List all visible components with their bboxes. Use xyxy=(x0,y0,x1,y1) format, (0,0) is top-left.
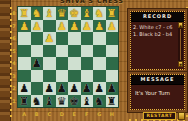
square-f2[interactable]: ♟ xyxy=(81,82,94,95)
piece-white-bishop[interactable]: ♝ xyxy=(81,7,94,20)
square-h3[interactable] xyxy=(106,70,119,83)
square-h2[interactable]: ♟ xyxy=(106,82,119,95)
square-e8[interactable]: ♚ xyxy=(68,7,81,20)
piece-black-bishop[interactable]: ♝ xyxy=(81,95,94,108)
piece-black-rook[interactable]: ♜ xyxy=(18,95,31,108)
piece-white-pawn[interactable]: ♟ xyxy=(68,20,81,33)
square-d2[interactable]: ♟ xyxy=(56,82,69,95)
square-e5[interactable] xyxy=(68,45,81,58)
piece-black-knight[interactable]: ♞ xyxy=(93,95,106,108)
scrollbar-track[interactable] xyxy=(180,29,181,60)
piece-white-pawn[interactable]: ♟ xyxy=(81,20,94,33)
square-h8[interactable]: ♜ xyxy=(106,7,119,20)
square-e1[interactable]: ♚ xyxy=(68,95,81,108)
square-a1[interactable]: ♜ xyxy=(18,95,31,108)
message-panel: MESSAGE It's Your Turn xyxy=(130,74,185,110)
file-label-a: A xyxy=(18,110,31,119)
piece-white-pawn[interactable]: ♟ xyxy=(31,20,44,33)
piece-black-pawn[interactable]: ♟ xyxy=(18,82,31,95)
square-d8[interactable]: ♛ xyxy=(56,7,69,20)
square-c1[interactable]: ♝ xyxy=(43,95,56,108)
rank-label-3: 3 xyxy=(11,70,17,83)
square-a6[interactable] xyxy=(18,32,31,45)
square-f3[interactable] xyxy=(81,70,94,83)
piece-white-pawn[interactable]: ♟ xyxy=(93,20,106,33)
rank-label-5: 5 xyxy=(11,45,17,58)
square-c5[interactable] xyxy=(43,45,56,58)
square-f1[interactable]: ♝ xyxy=(81,95,94,108)
scroll-up-icon[interactable]: ▲ xyxy=(178,22,183,28)
record-scrollbar[interactable]: ▲ ▼ xyxy=(178,22,183,67)
piece-black-pawn[interactable]: ♟ xyxy=(106,82,119,95)
message-text: It's Your Turn xyxy=(131,90,184,96)
square-b8[interactable]: ♞ xyxy=(31,7,44,20)
square-d5[interactable] xyxy=(56,45,69,58)
square-c3[interactable] xyxy=(43,70,56,83)
square-d7[interactable]: ♟ xyxy=(56,20,69,33)
square-e6[interactable] xyxy=(68,32,81,45)
square-b1[interactable]: ♞ xyxy=(31,95,44,108)
piece-black-pawn[interactable]: ♟ xyxy=(31,57,44,70)
square-b6[interactable] xyxy=(31,32,44,45)
piece-white-rook[interactable]: ♜ xyxy=(106,7,119,20)
piece-black-king[interactable]: ♚ xyxy=(68,95,81,108)
move-entry: 2. White c7 - c6 xyxy=(133,24,176,31)
square-e2[interactable]: ♟ xyxy=(68,82,81,95)
square-e3[interactable] xyxy=(68,70,81,83)
square-f7[interactable]: ♟ xyxy=(81,20,94,33)
square-c8[interactable]: ♝ xyxy=(43,7,56,20)
piece-white-pawn[interactable]: ♟ xyxy=(56,20,69,33)
gold-studs-right xyxy=(186,4,188,117)
square-b5[interactable] xyxy=(31,45,44,58)
square-f5[interactable] xyxy=(81,45,94,58)
piece-black-queen[interactable]: ♛ xyxy=(56,95,69,108)
square-b3[interactable] xyxy=(31,70,44,83)
record-panel: RECORD 2. White c7 - c61. Black b2 - b4 … xyxy=(130,11,185,70)
square-h7[interactable]: ♟ xyxy=(106,20,119,33)
square-c7[interactable] xyxy=(43,20,56,33)
square-g1[interactable]: ♞ xyxy=(93,95,106,108)
piece-black-bishop[interactable]: ♝ xyxy=(43,95,56,108)
piece-white-pawn[interactable]: ♟ xyxy=(43,32,56,45)
square-b4[interactable]: ♟ xyxy=(31,57,44,70)
file-labels: ABCDEFGH xyxy=(18,110,118,119)
record-header: RECORD xyxy=(131,12,184,22)
square-d6[interactable] xyxy=(56,32,69,45)
square-c6[interactable]: ♟ xyxy=(43,32,56,45)
piece-white-king[interactable]: ♚ xyxy=(68,7,81,20)
file-label-g: G xyxy=(93,110,106,119)
square-h5[interactable] xyxy=(106,45,119,58)
square-d4[interactable] xyxy=(56,57,69,70)
piece-black-pawn[interactable]: ♟ xyxy=(56,82,69,95)
square-e7[interactable]: ♟ xyxy=(68,20,81,33)
rank-label-7: 7 xyxy=(11,20,17,33)
chess-board[interactable]: ♜♞♝♛♚♝♞♜♟♟♟♟♟♟♟♟♟♟♟♟♟♟♟♟♜♞♝♛♚♝♞♜ xyxy=(18,7,118,107)
game-window: SHIVA'S CHESS 87654321 ♜♞♝♛♚♝♞♜♟♟♟♟♟♟♟♟♟… xyxy=(0,0,188,121)
rank-label-2: 2 xyxy=(11,82,17,95)
square-b2[interactable] xyxy=(31,82,44,95)
square-d3[interactable] xyxy=(56,70,69,83)
square-g6[interactable] xyxy=(93,32,106,45)
square-a8[interactable]: ♜ xyxy=(18,7,31,20)
square-f8[interactable]: ♝ xyxy=(81,7,94,20)
piece-white-pawn[interactable]: ♟ xyxy=(18,20,31,33)
square-b7[interactable]: ♟ xyxy=(31,20,44,33)
square-a7[interactable]: ♟ xyxy=(18,20,31,33)
piece-white-rook[interactable]: ♜ xyxy=(18,7,31,20)
square-a5[interactable] xyxy=(18,45,31,58)
square-g7[interactable]: ♟ xyxy=(93,20,106,33)
message-header: MESSAGE xyxy=(131,75,184,85)
square-g4[interactable] xyxy=(93,57,106,70)
gold-ornament xyxy=(178,112,185,120)
piece-black-rook[interactable]: ♜ xyxy=(106,95,119,108)
square-f4[interactable] xyxy=(81,57,94,70)
piece-black-pawn[interactable]: ♟ xyxy=(68,82,81,95)
move-entry: 1. Black b2 - b4 xyxy=(133,31,176,38)
file-label-b: B xyxy=(31,110,44,119)
piece-white-knight[interactable]: ♞ xyxy=(93,7,106,20)
square-a2[interactable]: ♟ xyxy=(18,82,31,95)
piece-white-bishop[interactable]: ♝ xyxy=(43,7,56,20)
square-a4[interactable] xyxy=(18,57,31,70)
piece-white-knight[interactable]: ♞ xyxy=(31,7,44,20)
restart-button[interactable]: RESTART xyxy=(143,112,176,120)
rank-label-6: 6 xyxy=(11,32,17,45)
piece-white-pawn[interactable]: ♟ xyxy=(106,20,119,33)
piece-black-knight[interactable]: ♞ xyxy=(31,95,44,108)
file-label-d: D xyxy=(56,110,69,119)
file-label-e: E xyxy=(68,110,81,119)
rank-label-4: 4 xyxy=(11,57,17,70)
rank-label-1: 1 xyxy=(11,95,17,108)
square-g5[interactable] xyxy=(93,45,106,58)
square-h4[interactable] xyxy=(106,57,119,70)
game-title: SHIVA'S CHESS xyxy=(40,0,144,6)
file-label-c: C xyxy=(43,110,56,119)
square-g3[interactable] xyxy=(93,70,106,83)
square-c4[interactable] xyxy=(43,57,56,70)
move-list: 2. White c7 - c61. Black b2 - b4 xyxy=(133,24,176,38)
square-e4[interactable] xyxy=(68,57,81,70)
square-d1[interactable]: ♛ xyxy=(56,95,69,108)
piece-black-pawn[interactable]: ♟ xyxy=(43,82,56,95)
square-g8[interactable]: ♞ xyxy=(93,7,106,20)
file-label-h: H xyxy=(106,110,119,119)
scroll-down-icon[interactable]: ▼ xyxy=(178,61,183,67)
piece-black-pawn[interactable]: ♟ xyxy=(93,82,106,95)
square-f6[interactable] xyxy=(81,32,94,45)
rank-label-8: 8 xyxy=(11,7,17,20)
piece-black-pawn[interactable]: ♟ xyxy=(81,82,94,95)
piece-white-queen[interactable]: ♛ xyxy=(56,7,69,20)
rank-labels: 87654321 xyxy=(11,7,17,107)
square-a3[interactable] xyxy=(18,70,31,83)
file-label-f: F xyxy=(81,110,94,119)
square-h1[interactable]: ♜ xyxy=(106,95,119,108)
square-g2[interactable]: ♟ xyxy=(93,82,106,95)
square-h6[interactable] xyxy=(106,32,119,45)
square-c2[interactable]: ♟ xyxy=(43,82,56,95)
